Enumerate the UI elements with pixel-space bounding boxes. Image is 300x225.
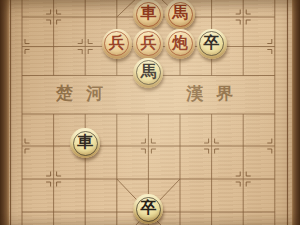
river-label-han-jie: 漢界 (186, 85, 246, 102)
piece-character: 車 (140, 5, 156, 21)
piece-character: 兵 (109, 35, 125, 51)
piece-black-soldier[interactable]: 卒 (197, 29, 227, 59)
piece-red-soldier[interactable]: 兵 (133, 29, 163, 59)
piece-black-chariot[interactable]: 車 (70, 128, 100, 158)
piece-character: 炮 (172, 35, 188, 51)
piece-black-horse[interactable]: 馬 (133, 58, 163, 88)
piece-character: 兵 (140, 35, 156, 51)
piece-character: 馬 (140, 64, 156, 80)
piece-character: 車 (77, 134, 93, 150)
piece-red-horse[interactable]: 馬 (165, 0, 195, 29)
piece-character: 馬 (172, 5, 188, 21)
river-label-chu-he: 楚河 (56, 85, 116, 102)
piece-character: 卒 (204, 35, 220, 51)
piece-character: 卒 (140, 200, 156, 216)
xiangqi-board[interactable]: 楚河 漢界 車馬兵兵炮卒馬車卒 (0, 0, 300, 225)
piece-red-cannon[interactable]: 炮 (165, 29, 195, 59)
piece-red-soldier[interactable]: 兵 (102, 29, 132, 59)
